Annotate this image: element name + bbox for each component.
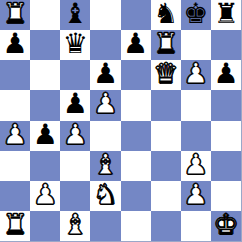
square-d3[interactable]: ♝ <box>90 151 120 181</box>
square-c8[interactable]: ♝ <box>60 0 90 30</box>
white-rook[interactable]: ♜ <box>153 30 178 58</box>
square-b8[interactable] <box>30 0 60 30</box>
square-a2[interactable] <box>0 181 30 211</box>
square-f1[interactable] <box>151 211 181 241</box>
square-d6[interactable]: ♟ <box>90 60 120 90</box>
square-g8[interactable]: ♚ <box>181 0 211 30</box>
square-c3[interactable] <box>60 151 90 181</box>
white-bishop[interactable]: ♝ <box>93 151 118 179</box>
square-h7[interactable] <box>211 30 241 60</box>
black-pawn[interactable]: ♟ <box>213 60 238 88</box>
square-e3[interactable] <box>121 151 151 181</box>
square-b4[interactable]: ♟ <box>30 121 60 151</box>
white-king[interactable]: ♚ <box>213 211 238 239</box>
square-b5[interactable] <box>30 90 60 120</box>
square-g7[interactable] <box>181 30 211 60</box>
square-c1[interactable]: ♝ <box>60 211 90 241</box>
square-b3[interactable] <box>30 151 60 181</box>
white-pawn[interactable]: ♟ <box>183 181 208 209</box>
black-king[interactable]: ♚ <box>183 0 208 28</box>
black-queen[interactable]: ♛ <box>63 30 88 58</box>
black-knight[interactable]: ♞ <box>153 0 178 28</box>
square-d2[interactable]: ♞ <box>90 181 120 211</box>
square-f6[interactable]: ♛ <box>151 60 181 90</box>
square-h4[interactable] <box>211 121 241 151</box>
black-pawn[interactable]: ♟ <box>3 30 28 58</box>
white-rook[interactable]: ♜ <box>3 211 28 239</box>
black-pawn[interactable]: ♟ <box>33 121 58 149</box>
square-g5[interactable] <box>181 90 211 120</box>
square-f7[interactable]: ♜ <box>151 30 181 60</box>
square-a3[interactable] <box>0 151 30 181</box>
white-rook[interactable]: ♜ <box>3 0 28 28</box>
square-c2[interactable] <box>60 181 90 211</box>
white-pawn[interactable]: ♟ <box>93 90 118 118</box>
square-a7[interactable]: ♟ <box>0 30 30 60</box>
white-bishop[interactable]: ♝ <box>63 211 88 239</box>
square-d1[interactable] <box>90 211 120 241</box>
square-a5[interactable] <box>0 90 30 120</box>
square-b7[interactable] <box>30 30 60 60</box>
square-c7[interactable]: ♛ <box>60 30 90 60</box>
square-g3[interactable]: ♟ <box>181 151 211 181</box>
square-f3[interactable] <box>151 151 181 181</box>
white-pawn[interactable]: ♟ <box>183 151 208 179</box>
square-b6[interactable] <box>30 60 60 90</box>
square-h3[interactable] <box>211 151 241 181</box>
white-pawn[interactable]: ♟ <box>63 121 88 149</box>
square-g1[interactable] <box>181 211 211 241</box>
square-g2[interactable]: ♟ <box>181 181 211 211</box>
square-h6[interactable]: ♟ <box>211 60 241 90</box>
square-g6[interactable]: ♟ <box>181 60 211 90</box>
square-f5[interactable] <box>151 90 181 120</box>
black-pawn[interactable]: ♟ <box>123 30 148 58</box>
white-queen[interactable]: ♛ <box>153 60 178 88</box>
square-e8[interactable] <box>121 0 151 30</box>
white-pawn[interactable]: ♟ <box>3 121 28 149</box>
square-h2[interactable] <box>211 181 241 211</box>
black-pawn[interactable]: ♟ <box>63 90 88 118</box>
square-e2[interactable] <box>121 181 151 211</box>
black-rook[interactable]: ♜ <box>213 0 238 28</box>
square-f4[interactable] <box>151 121 181 151</box>
square-d7[interactable] <box>90 30 120 60</box>
square-a6[interactable] <box>0 60 30 90</box>
white-pawn[interactable]: ♟ <box>33 181 58 209</box>
square-b1[interactable] <box>30 211 60 241</box>
square-b2[interactable]: ♟ <box>30 181 60 211</box>
square-d8[interactable] <box>90 0 120 30</box>
square-a8[interactable]: ♜ <box>0 0 30 30</box>
square-e6[interactable] <box>121 60 151 90</box>
black-pawn[interactable]: ♟ <box>93 60 118 88</box>
square-f8[interactable]: ♞ <box>151 0 181 30</box>
square-e1[interactable] <box>121 211 151 241</box>
square-d5[interactable]: ♟ <box>90 90 120 120</box>
square-h5[interactable] <box>211 90 241 120</box>
black-bishop[interactable]: ♝ <box>63 0 88 28</box>
square-f2[interactable] <box>151 181 181 211</box>
square-a1[interactable]: ♜ <box>0 211 30 241</box>
square-d4[interactable] <box>90 121 120 151</box>
square-g4[interactable] <box>181 121 211 151</box>
white-knight[interactable]: ♞ <box>93 181 118 209</box>
square-a4[interactable]: ♟ <box>0 121 30 151</box>
square-h8[interactable]: ♜ <box>211 0 241 30</box>
square-e5[interactable] <box>121 90 151 120</box>
square-c6[interactable] <box>60 60 90 90</box>
white-pawn[interactable]: ♟ <box>183 60 208 88</box>
square-c4[interactable]: ♟ <box>60 121 90 151</box>
square-e7[interactable]: ♟ <box>121 30 151 60</box>
square-c5[interactable]: ♟ <box>60 90 90 120</box>
square-h1[interactable]: ♚ <box>211 211 241 241</box>
chess-board[interactable]: ♜♝♞♚♜♟♛♟♜♟♛♟♟♟♟♟♟♟♝♟♟♞♟♜♝♚ <box>0 0 242 242</box>
square-e4[interactable] <box>121 121 151 151</box>
